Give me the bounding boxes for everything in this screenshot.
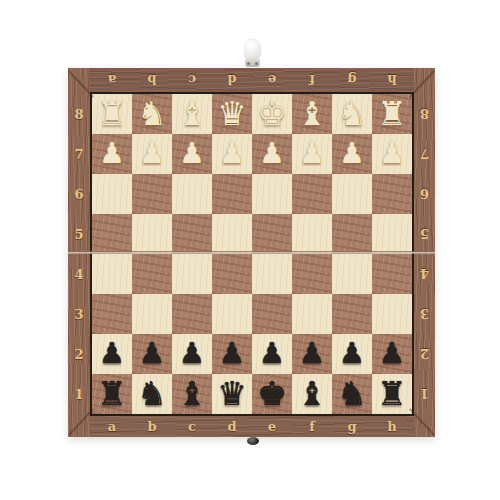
piece-white-knight: ♞ (137, 97, 167, 130)
piece-black-pawn: ♟ (379, 339, 405, 368)
square-c7: ♟ (172, 134, 212, 174)
file-label-a: a (92, 68, 132, 92)
file-label-h: h (372, 68, 412, 92)
square-f6 (292, 174, 332, 214)
square-e6 (252, 174, 292, 214)
square-f3 (292, 294, 332, 334)
square-d3 (212, 294, 252, 334)
square-g4 (332, 254, 372, 294)
rank-label-6: 6 (414, 174, 435, 214)
piece-black-pawn: ♟ (259, 339, 285, 368)
square-e1: ♚ (252, 374, 292, 414)
fold-seam (68, 251, 435, 254)
rank-label-7: 7 (414, 134, 435, 174)
piece-white-king: ♚ (257, 97, 287, 130)
square-h5 (372, 214, 412, 254)
file-label-d: d (212, 416, 252, 437)
square-b6 (132, 174, 172, 214)
square-g5 (332, 214, 372, 254)
square-b1: ♞ (132, 374, 172, 414)
square-a5 (92, 214, 132, 254)
rank-label-7: 7 (68, 134, 90, 174)
file-label-d: d (212, 68, 252, 92)
piece-white-pawn: ♟ (339, 139, 365, 168)
piece-white-queen: ♛ (217, 97, 247, 130)
piece-black-knight: ♞ (137, 377, 167, 410)
file-labels-top: abcdefgh (92, 68, 412, 92)
square-c5 (172, 214, 212, 254)
piece-white-bishop: ♝ (177, 97, 207, 130)
square-d1: ♛ (212, 374, 252, 414)
file-label-h: h (372, 416, 412, 437)
piece-black-pawn: ♟ (99, 339, 125, 368)
square-a4 (92, 254, 132, 294)
piece-white-pawn: ♟ (99, 139, 125, 168)
piece-white-knight: ♞ (337, 97, 367, 130)
rank-label-1: 1 (414, 374, 435, 414)
square-f5 (292, 214, 332, 254)
piece-black-pawn: ♟ (179, 339, 205, 368)
piece-white-pawn: ♟ (219, 139, 245, 168)
square-e8: ♚ (252, 94, 292, 134)
rank-label-2: 2 (414, 334, 435, 374)
rank-label-4: 4 (68, 254, 90, 294)
latch-rivet-icon (247, 62, 250, 65)
file-label-e: e (252, 68, 292, 92)
square-g6 (332, 174, 372, 214)
piece-white-pawn: ♟ (379, 139, 405, 168)
file-label-f: f (292, 416, 332, 437)
rank-labels-right: 87654321 (414, 94, 435, 414)
file-label-e: e (252, 416, 292, 437)
piece-white-pawn: ♟ (179, 139, 205, 168)
piece-black-knight: ♞ (337, 377, 367, 410)
piece-black-rook: ♜ (377, 377, 407, 410)
rank-label-2: 2 (68, 334, 90, 374)
square-h1: ♜ (372, 374, 412, 414)
piece-white-rook: ♜ (97, 97, 127, 130)
square-d5 (212, 214, 252, 254)
rank-label-3: 3 (68, 294, 90, 334)
piece-white-bishop: ♝ (297, 97, 327, 130)
square-g3 (332, 294, 372, 334)
square-b7: ♟ (132, 134, 172, 174)
square-b8: ♞ (132, 94, 172, 134)
square-c1: ♝ (172, 374, 212, 414)
clasp-latch-knob-icon (244, 39, 261, 60)
piece-black-bishop: ♝ (297, 377, 327, 410)
piece-black-rook: ♜ (97, 377, 127, 410)
square-e4 (252, 254, 292, 294)
square-b4 (132, 254, 172, 294)
piece-white-pawn: ♟ (139, 139, 165, 168)
latch-rivet-icon (255, 62, 258, 65)
board-squares-grid: ♜♞♝♛♚♝♞♜♟♟♟♟♟♟♟♟♟♟♟♟♟♟♟♟♜♞♝♛♚♝♞♜ (92, 94, 412, 414)
file-labels-bottom: abcdefgh (92, 416, 412, 437)
piece-white-rook: ♜ (377, 97, 407, 130)
square-g8: ♞ (332, 94, 372, 134)
square-a8: ♜ (92, 94, 132, 134)
square-a2: ♟ (92, 334, 132, 374)
square-c4 (172, 254, 212, 294)
rank-labels-left: 87654321 (68, 94, 90, 414)
square-h7: ♟ (372, 134, 412, 174)
rank-label-3: 3 (414, 294, 435, 334)
file-label-b: b (132, 68, 172, 92)
square-f8: ♝ (292, 94, 332, 134)
square-a1: ♜ (92, 374, 132, 414)
square-g2: ♟ (332, 334, 372, 374)
square-b3 (132, 294, 172, 334)
piece-white-pawn: ♟ (259, 139, 285, 168)
square-h8: ♜ (372, 94, 412, 134)
file-label-g: g (332, 68, 372, 92)
square-e3 (252, 294, 292, 334)
square-c8: ♝ (172, 94, 212, 134)
file-label-c: c (172, 416, 212, 437)
square-h3 (372, 294, 412, 334)
square-a6 (92, 174, 132, 214)
file-label-a: a (92, 416, 132, 437)
rank-label-8: 8 (414, 94, 435, 134)
square-e2: ♟ (252, 334, 292, 374)
rank-label-8: 8 (68, 94, 90, 134)
playing-area: ♜♞♝♛♚♝♞♜♟♟♟♟♟♟♟♟♟♟♟♟♟♟♟♟♜♞♝♛♚♝♞♜ (90, 92, 414, 416)
piece-black-pawn: ♟ (299, 339, 325, 368)
square-h6 (372, 174, 412, 214)
file-label-f: f (292, 68, 332, 92)
product-photo-canvas: abcdefgh abcdefgh 87654321 87654321 ♜♞♝♛… (0, 0, 500, 500)
square-f1: ♝ (292, 374, 332, 414)
piece-black-bishop: ♝ (177, 377, 207, 410)
square-g1: ♞ (332, 374, 372, 414)
file-label-g: g (332, 416, 372, 437)
square-h2: ♟ (372, 334, 412, 374)
square-a7: ♟ (92, 134, 132, 174)
square-f2: ♟ (292, 334, 332, 374)
square-e5 (252, 214, 292, 254)
rank-label-5: 5 (68, 214, 90, 254)
square-g7: ♟ (332, 134, 372, 174)
rank-label-5: 5 (414, 214, 435, 254)
piece-black-queen: ♛ (217, 377, 247, 410)
piece-black-king: ♚ (257, 377, 287, 410)
square-d4 (212, 254, 252, 294)
clasp-latch-base-icon (245, 58, 260, 67)
square-d7: ♟ (212, 134, 252, 174)
square-b5 (132, 214, 172, 254)
square-a3 (92, 294, 132, 334)
piece-black-pawn: ♟ (139, 339, 165, 368)
square-b2: ♟ (132, 334, 172, 374)
square-d8: ♛ (212, 94, 252, 134)
square-f7: ♟ (292, 134, 332, 174)
chess-board: abcdefgh abcdefgh 87654321 87654321 ♜♞♝♛… (68, 68, 435, 437)
square-d2: ♟ (212, 334, 252, 374)
file-label-b: b (132, 416, 172, 437)
rank-label-6: 6 (68, 174, 90, 214)
square-e7: ♟ (252, 134, 292, 174)
piece-black-pawn: ♟ (339, 339, 365, 368)
piece-white-pawn: ♟ (299, 139, 325, 168)
square-h4 (372, 254, 412, 294)
bottom-latch-pin-icon (247, 437, 259, 445)
rank-label-1: 1 (68, 374, 90, 414)
square-d6 (212, 174, 252, 214)
file-label-c: c (172, 68, 212, 92)
square-f4 (292, 254, 332, 294)
piece-black-pawn: ♟ (219, 339, 245, 368)
square-c6 (172, 174, 212, 214)
square-c2: ♟ (172, 334, 212, 374)
square-c3 (172, 294, 212, 334)
rank-label-4: 4 (414, 254, 435, 294)
